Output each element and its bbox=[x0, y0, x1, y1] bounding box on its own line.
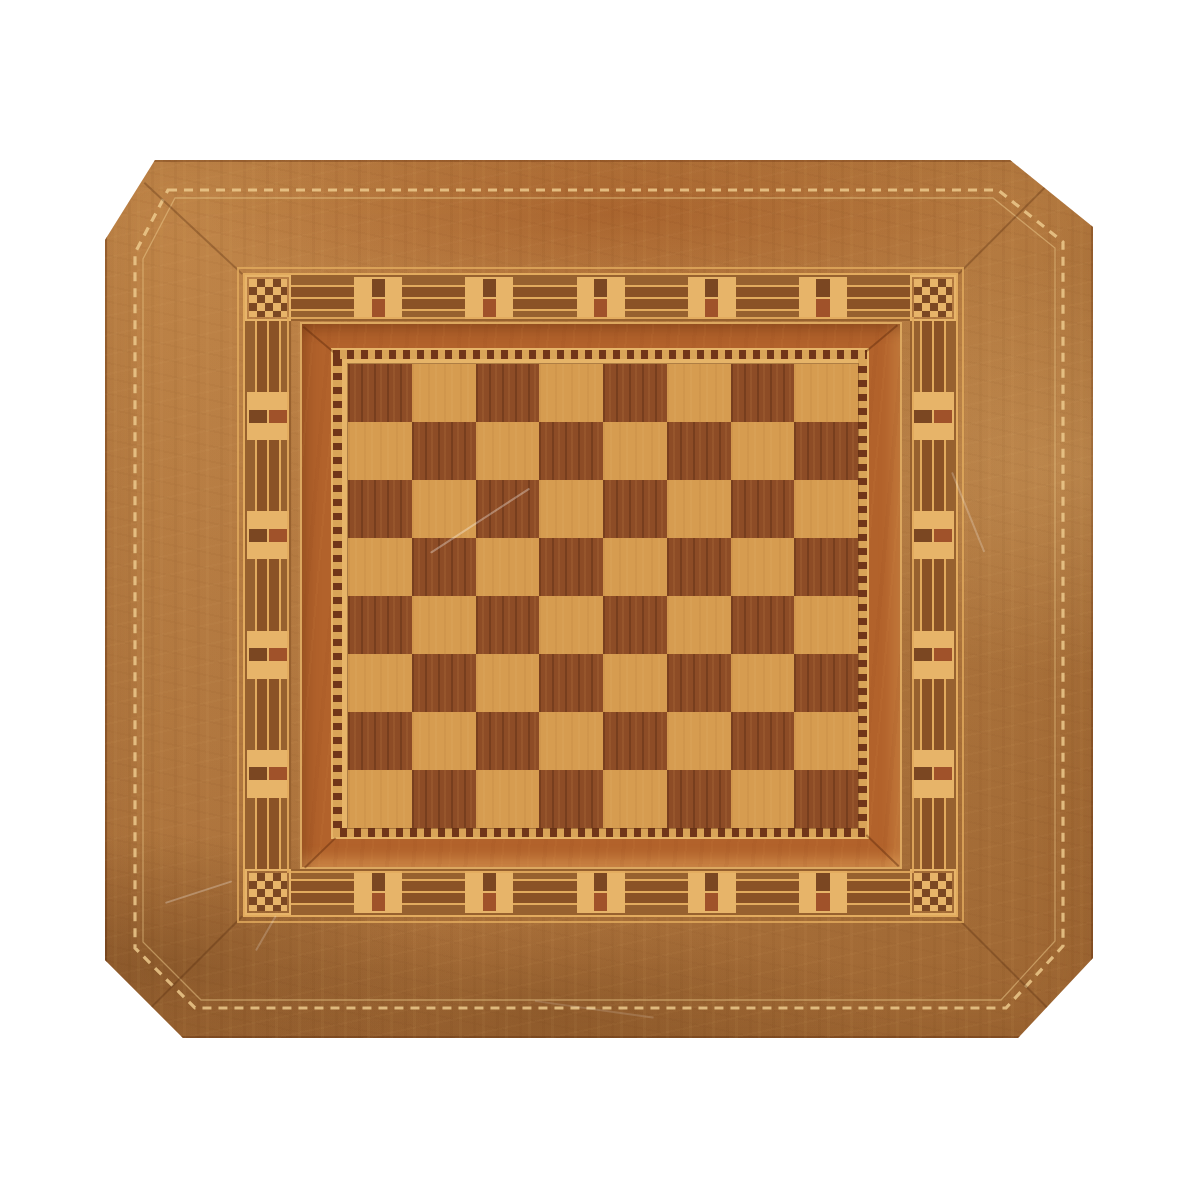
rosette-cell bbox=[579, 299, 592, 317]
rosette-cell bbox=[498, 893, 511, 911]
rosette-cell bbox=[249, 513, 267, 526]
rosette-cell bbox=[914, 767, 932, 780]
rosette-cell bbox=[914, 663, 932, 676]
square-e1[interactable] bbox=[603, 770, 667, 828]
square-e2[interactable] bbox=[603, 712, 667, 770]
rosette-cell bbox=[934, 513, 952, 526]
rosette-cell bbox=[705, 873, 718, 891]
stringing-bar bbox=[402, 277, 465, 319]
rosette-cell bbox=[914, 752, 932, 765]
square-c7[interactable] bbox=[476, 422, 540, 480]
frame-miter-joint bbox=[304, 837, 336, 868]
stringing-bar bbox=[912, 321, 954, 392]
rosette-cell bbox=[269, 425, 287, 438]
square-d2[interactable] bbox=[539, 712, 603, 770]
rosette-cell bbox=[594, 873, 607, 891]
rosette-cell bbox=[483, 279, 496, 297]
rosette-cell bbox=[914, 410, 932, 423]
rosette-cell bbox=[269, 633, 287, 646]
stringing-bar bbox=[625, 871, 688, 913]
rosette-motif bbox=[688, 871, 736, 913]
square-d5[interactable] bbox=[539, 538, 603, 596]
square-b3[interactable] bbox=[412, 654, 476, 712]
rosette-motif bbox=[688, 277, 736, 319]
square-d1[interactable] bbox=[539, 770, 603, 828]
square-a6[interactable] bbox=[348, 480, 412, 538]
rosette-cell bbox=[249, 425, 267, 438]
square-f4[interactable] bbox=[667, 596, 731, 654]
square-b8[interactable] bbox=[412, 364, 476, 422]
square-g2[interactable] bbox=[731, 712, 795, 770]
square-g6[interactable] bbox=[731, 480, 795, 538]
square-e6[interactable] bbox=[603, 480, 667, 538]
checker-ribbon-bottom bbox=[333, 828, 867, 837]
square-g3[interactable] bbox=[731, 654, 795, 712]
rosette-cell bbox=[356, 893, 369, 911]
rosette-cell bbox=[467, 299, 480, 317]
rosette-cell bbox=[249, 529, 267, 542]
rosette-cell bbox=[934, 752, 952, 765]
rosette-motif bbox=[247, 750, 289, 798]
checker-corner-motif bbox=[910, 869, 956, 915]
checker-ribbon-left bbox=[333, 359, 342, 828]
square-e4[interactable] bbox=[603, 596, 667, 654]
rosette-cell bbox=[249, 663, 267, 676]
stringing-bar bbox=[912, 679, 954, 750]
rosette-cell bbox=[609, 873, 622, 891]
rosette-cell bbox=[483, 893, 496, 911]
square-f3[interactable] bbox=[667, 654, 731, 712]
square-d3[interactable] bbox=[539, 654, 603, 712]
stringing-bar bbox=[513, 871, 576, 913]
square-d7[interactable] bbox=[539, 422, 603, 480]
rosette-motif bbox=[912, 511, 954, 559]
rosette-motif bbox=[912, 392, 954, 440]
rosette-cell bbox=[801, 279, 814, 297]
rosette-cell bbox=[934, 782, 952, 795]
rosette-motif bbox=[912, 750, 954, 798]
rosette-cell bbox=[816, 299, 829, 317]
square-d8[interactable] bbox=[539, 364, 603, 422]
square-c1[interactable] bbox=[476, 770, 540, 828]
rosette-motif bbox=[465, 277, 513, 319]
rosette-motif bbox=[577, 277, 625, 319]
rosette-cell bbox=[690, 873, 703, 891]
rosette-cell bbox=[467, 893, 480, 911]
rosette-cell bbox=[249, 394, 267, 407]
frame-miter-joint bbox=[865, 324, 898, 353]
rosette-cell bbox=[269, 752, 287, 765]
square-c8[interactable] bbox=[476, 364, 540, 422]
stringing-bar bbox=[847, 871, 910, 913]
rosette-cell bbox=[914, 782, 932, 795]
rosette-cell bbox=[387, 893, 400, 911]
frame-miter-joint bbox=[866, 834, 900, 867]
square-a4[interactable] bbox=[348, 596, 412, 654]
rosette-cell bbox=[498, 279, 511, 297]
stringing-bar bbox=[625, 277, 688, 319]
rosette-cell bbox=[720, 873, 733, 891]
square-g5[interactable] bbox=[731, 538, 795, 596]
square-b1[interactable] bbox=[412, 770, 476, 828]
rosette-cell bbox=[914, 544, 932, 557]
rosette-cell bbox=[269, 410, 287, 423]
stringing-bar bbox=[247, 798, 289, 869]
rosette-cell bbox=[832, 893, 845, 911]
marquetry-band-bottom bbox=[291, 869, 910, 915]
rosette-cell bbox=[609, 893, 622, 911]
rosette-cell bbox=[609, 279, 622, 297]
stringing-bar bbox=[291, 277, 354, 319]
rosette-cell bbox=[934, 425, 952, 438]
stringing-bar bbox=[402, 871, 465, 913]
rosette-cell bbox=[249, 767, 267, 780]
rosette-cell bbox=[372, 279, 385, 297]
rosette-cell bbox=[934, 767, 952, 780]
rosette-cell bbox=[934, 544, 952, 557]
rosette-motif bbox=[799, 871, 847, 913]
rosette-cell bbox=[387, 299, 400, 317]
marquetry-band-right bbox=[910, 321, 956, 869]
square-c4[interactable] bbox=[476, 596, 540, 654]
games-table-top bbox=[105, 160, 1093, 1038]
stringing-bar bbox=[291, 871, 354, 913]
square-a7[interactable] bbox=[348, 422, 412, 480]
rosette-cell bbox=[720, 279, 733, 297]
square-a3[interactable] bbox=[348, 654, 412, 712]
square-a1[interactable] bbox=[348, 770, 412, 828]
rosette-cell bbox=[269, 394, 287, 407]
square-b4[interactable] bbox=[412, 596, 476, 654]
rosette-cell bbox=[483, 873, 496, 891]
rosette-cell bbox=[914, 648, 932, 661]
square-b5[interactable] bbox=[412, 538, 476, 596]
rosette-cell bbox=[269, 782, 287, 795]
stringing-bar bbox=[912, 559, 954, 630]
rosette-cell bbox=[720, 893, 733, 911]
rosette-cell bbox=[269, 663, 287, 676]
rosette-cell bbox=[690, 893, 703, 911]
square-h1[interactable] bbox=[794, 770, 858, 828]
rosette-cell bbox=[914, 633, 932, 646]
rosette-cell bbox=[816, 893, 829, 911]
rosette-cell bbox=[914, 425, 932, 438]
rosette-cell bbox=[249, 633, 267, 646]
rosette-motif bbox=[247, 511, 289, 559]
square-f2[interactable] bbox=[667, 712, 731, 770]
rosette-cell bbox=[269, 544, 287, 557]
rosette-cell bbox=[801, 299, 814, 317]
square-g8[interactable] bbox=[731, 364, 795, 422]
stringing-bar bbox=[912, 798, 954, 869]
rosette-cell bbox=[356, 279, 369, 297]
rosette-cell bbox=[914, 529, 932, 542]
square-c2[interactable] bbox=[476, 712, 540, 770]
stringing-bar bbox=[247, 440, 289, 511]
rosette-cell bbox=[801, 873, 814, 891]
square-g7[interactable] bbox=[731, 422, 795, 480]
rosette-motif bbox=[354, 871, 402, 913]
rosette-cell bbox=[594, 299, 607, 317]
rosette-cell bbox=[934, 529, 952, 542]
rosette-cell bbox=[498, 299, 511, 317]
square-g1[interactable] bbox=[731, 770, 795, 828]
rosette-cell bbox=[934, 633, 952, 646]
rosette-cell bbox=[801, 893, 814, 911]
square-e8[interactable] bbox=[603, 364, 667, 422]
square-h5[interactable] bbox=[794, 538, 858, 596]
rosette-cell bbox=[579, 873, 592, 891]
square-h8[interactable] bbox=[794, 364, 858, 422]
rosette-cell bbox=[594, 279, 607, 297]
square-d4[interactable] bbox=[539, 596, 603, 654]
rosette-cell bbox=[609, 299, 622, 317]
square-e7[interactable] bbox=[603, 422, 667, 480]
square-f8[interactable] bbox=[667, 364, 731, 422]
frame-miter-joint bbox=[303, 326, 335, 353]
square-f6[interactable] bbox=[667, 480, 731, 538]
rosette-cell bbox=[705, 893, 718, 911]
stringing-bar bbox=[247, 559, 289, 630]
rosette-cell bbox=[934, 648, 952, 661]
rosette-cell bbox=[249, 752, 267, 765]
rosette-cell bbox=[720, 299, 733, 317]
rosette-motif bbox=[577, 871, 625, 913]
photo-stage bbox=[0, 0, 1200, 1200]
rosette-cell bbox=[914, 513, 932, 526]
rosette-cell bbox=[269, 529, 287, 542]
rosette-cell bbox=[579, 893, 592, 911]
checker-corner-motif bbox=[910, 275, 956, 321]
rosette-cell bbox=[934, 663, 952, 676]
square-a2[interactable] bbox=[348, 712, 412, 770]
checker-ribbon-top bbox=[333, 350, 867, 359]
rosette-cell bbox=[249, 544, 267, 557]
stringing-bar bbox=[847, 277, 910, 319]
stringing-bar bbox=[736, 277, 799, 319]
rosette-motif bbox=[799, 277, 847, 319]
square-h4[interactable] bbox=[794, 596, 858, 654]
chessboard bbox=[347, 363, 859, 829]
stringing-bar bbox=[736, 871, 799, 913]
rosette-cell bbox=[269, 513, 287, 526]
rosette-motif bbox=[465, 871, 513, 913]
checker-corner-motif bbox=[245, 275, 291, 321]
rosette-motif bbox=[247, 631, 289, 679]
marquetry-band-top bbox=[291, 275, 910, 321]
square-e3[interactable] bbox=[603, 654, 667, 712]
rosette-cell bbox=[356, 873, 369, 891]
stringing-bar bbox=[912, 440, 954, 511]
rosette-cell bbox=[269, 767, 287, 780]
rosette-cell bbox=[467, 279, 480, 297]
rosette-cell bbox=[816, 279, 829, 297]
square-c3[interactable] bbox=[476, 654, 540, 712]
rosette-cell bbox=[816, 873, 829, 891]
rosette-cell bbox=[356, 299, 369, 317]
rosette-cell bbox=[372, 893, 385, 911]
square-b2[interactable] bbox=[412, 712, 476, 770]
rosette-cell bbox=[372, 873, 385, 891]
marquetry-band-left bbox=[245, 321, 291, 869]
rosette-cell bbox=[372, 299, 385, 317]
square-f7[interactable] bbox=[667, 422, 731, 480]
rosette-cell bbox=[269, 648, 287, 661]
stringing-bar bbox=[247, 321, 289, 392]
rosette-cell bbox=[249, 782, 267, 795]
square-f5[interactable] bbox=[667, 538, 731, 596]
square-f1[interactable] bbox=[667, 770, 731, 828]
rosette-cell bbox=[249, 410, 267, 423]
rosette-cell bbox=[387, 279, 400, 297]
rosette-cell bbox=[705, 279, 718, 297]
rosette-motif bbox=[912, 631, 954, 679]
rosette-cell bbox=[934, 394, 952, 407]
square-h3[interactable] bbox=[794, 654, 858, 712]
stringing-bar bbox=[513, 277, 576, 319]
rosette-cell bbox=[467, 873, 480, 891]
rosette-cell bbox=[832, 279, 845, 297]
square-b7[interactable] bbox=[412, 422, 476, 480]
rosette-cell bbox=[832, 299, 845, 317]
stringing-bar bbox=[247, 679, 289, 750]
rosette-cell bbox=[249, 648, 267, 661]
square-h6[interactable] bbox=[794, 480, 858, 538]
square-e5[interactable] bbox=[603, 538, 667, 596]
rosette-motif bbox=[247, 392, 289, 440]
rosette-cell bbox=[579, 279, 592, 297]
square-h2[interactable] bbox=[794, 712, 858, 770]
rosette-cell bbox=[594, 893, 607, 911]
square-a5[interactable] bbox=[348, 538, 412, 596]
rosette-cell bbox=[387, 873, 400, 891]
rosette-cell bbox=[498, 873, 511, 891]
rosette-cell bbox=[934, 410, 952, 423]
rosette-cell bbox=[914, 394, 932, 407]
rosette-motif bbox=[354, 277, 402, 319]
square-h7[interactable] bbox=[794, 422, 858, 480]
square-g4[interactable] bbox=[731, 596, 795, 654]
checker-corner-motif bbox=[245, 869, 291, 915]
square-c5[interactable] bbox=[476, 538, 540, 596]
rosette-cell bbox=[705, 299, 718, 317]
rosette-cell bbox=[832, 873, 845, 891]
square-d6[interactable] bbox=[539, 480, 603, 538]
square-a8[interactable] bbox=[348, 364, 412, 422]
rosette-cell bbox=[690, 279, 703, 297]
checker-ribbon-right bbox=[858, 359, 867, 828]
rosette-cell bbox=[483, 299, 496, 317]
rosette-cell bbox=[690, 299, 703, 317]
